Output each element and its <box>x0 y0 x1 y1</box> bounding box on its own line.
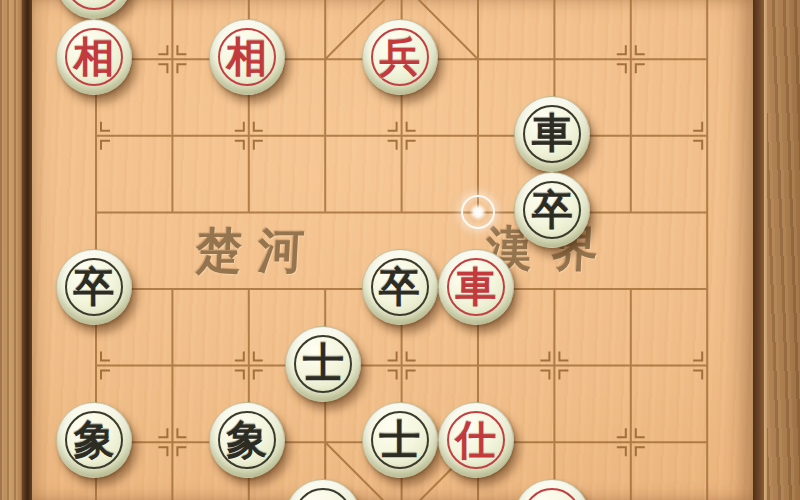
piece-character: 卒 <box>57 250 131 324</box>
piece-black-a7[interactable]: 象 <box>56 402 132 478</box>
board-frame-left-edge <box>22 0 32 500</box>
piece-character: 車 <box>439 250 513 324</box>
piece-character <box>515 480 589 500</box>
river-text-left: 楚河 <box>195 226 322 274</box>
piece-black-a5[interactable]: 卒 <box>56 249 132 325</box>
piece-character: 相 <box>210 20 284 94</box>
piece-character: 士 <box>363 403 437 477</box>
table-wood-right-panel <box>767 0 800 500</box>
piece-character: 象 <box>57 403 131 477</box>
board-frame-right-edge <box>753 0 764 500</box>
piece-red-e2[interactable]: 兵 <box>362 19 438 95</box>
piece-red-c2[interactable]: 相 <box>209 19 285 95</box>
piece-black-d6[interactable]: 士 <box>285 326 361 402</box>
piece-character: 卒 <box>363 250 437 324</box>
piece-red-f7[interactable]: 仕 <box>438 402 514 478</box>
piece-black-d8[interactable] <box>285 479 361 500</box>
piece-character: 相 <box>57 20 131 94</box>
piece-character: 兵 <box>363 20 437 94</box>
piece-character: 象 <box>210 403 284 477</box>
piece-black-c7[interactable]: 象 <box>209 402 285 478</box>
table-wood-left-panel <box>0 0 22 500</box>
piece-black-e7[interactable]: 士 <box>362 402 438 478</box>
piece-character: 仕 <box>439 403 513 477</box>
piece-character: 卒 <box>515 173 589 247</box>
piece-character <box>57 0 131 18</box>
xiangqi-board[interactable]: 楚河 漢界 相相兵車卒卒卒車士象象士仕 <box>0 0 800 500</box>
piece-red-g8[interactable] <box>514 479 590 500</box>
piece-character: 士 <box>286 327 360 401</box>
piece-black-g3[interactable]: 車 <box>514 96 590 172</box>
piece-black-e5[interactable]: 卒 <box>362 249 438 325</box>
piece-red-a2[interactable]: 相 <box>56 19 132 95</box>
piece-red-a1[interactable] <box>56 0 132 19</box>
piece-black-g4[interactable]: 卒 <box>514 172 590 248</box>
piece-red-f5[interactable]: 車 <box>438 249 514 325</box>
piece-character <box>286 480 360 500</box>
piece-character: 車 <box>515 97 589 171</box>
